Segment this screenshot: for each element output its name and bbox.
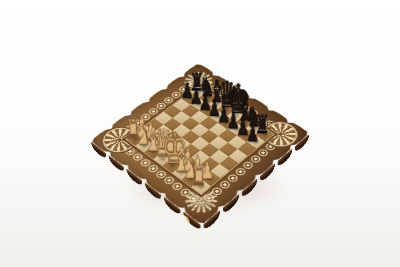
scene: ♜♞♝♛♚♝♞♜♟♟♟♟♟♟♟♟♟♟♟♟♟♟♟♟♜♞♝♛♚♝♞♜ <box>0 0 400 267</box>
square-g5[interactable] <box>219 143 238 157</box>
chess-board[interactable]: ♜♞♝♛♚♝♞♜♟♟♟♟♟♟♟♟♟♟♟♟♟♟♟♟♜♞♝♛♚♝♞♜ <box>90 63 310 226</box>
piece-white-rook-h1[interactable]: ♜ <box>191 163 202 190</box>
piece-black-pawn-h7[interactable]: ♟ <box>246 123 257 145</box>
brass-latch[interactable] <box>183 214 190 226</box>
product-photo: ♜♞♝♛♚♝♞♜♟♟♟♟♟♟♟♟♟♟♟♟♟♟♟♟♜♞♝♛♚♝♞♜ <box>0 0 400 267</box>
square-f5[interactable] <box>209 136 228 150</box>
